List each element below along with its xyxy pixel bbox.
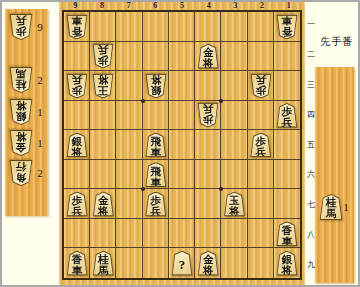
piece-face: 金将 [198,45,218,68]
rank-label-1: 一 [305,20,317,30]
piece-body: 銀将 [276,251,298,276]
piece-body: 香車 [276,221,298,246]
piece-kinsho-sente[interactable]: 金将 [197,251,219,276]
piece-kanji: 桂馬 [98,254,109,275]
file-label-3: 3 [222,2,249,10]
piece-kanji: 歩兵 [255,136,266,157]
piece-kanji: 桂馬 [326,197,337,219]
piece-gyokusho-sente[interactable]: 玉将 [223,192,245,217]
gote-hand-ginsho: 銀将1 [5,99,48,126]
piece-face: 桂馬 [93,252,113,275]
piece-kanji: 銀将 [150,74,161,95]
board-square-6-2[interactable] [143,42,169,72]
gote-hand-count-ginsho: 1 [34,99,46,126]
piece-kanji: 銀将 [72,136,83,157]
gote-hand-kinsho: 金将1 [5,130,48,157]
piece-kanji: 金将 [203,47,214,68]
piece-kinsho-sente[interactable]: 金将 [197,44,219,69]
piece-kanji: 香車 [281,224,292,245]
piece-kanji: 金将 [98,195,109,216]
piece-osho-gote[interactable]: 王将 [92,73,114,98]
file-label-2: 2 [249,2,276,10]
piece-kanji: 桂馬 [16,68,27,90]
board-square-3-9[interactable] [221,248,247,278]
board-square-4-3[interactable] [195,71,221,101]
board-square-9-2[interactable] [64,42,90,72]
sente-hand-count-keima: 1 [340,194,352,221]
piece-fuhyo-gote[interactable]: 歩兵 [250,73,272,98]
piece-kanji: 玉将 [229,195,240,216]
board-square-7-4[interactable] [116,101,142,131]
board-square-1-3[interactable] [274,71,300,101]
piece-face: 玉将 [224,193,244,216]
file-label-4: 4 [195,2,222,10]
piece-body: 歩兵 [276,103,298,128]
piece-face: 香車 [277,15,297,38]
board-square-8-1[interactable] [90,12,116,42]
piece-fuhyo-gote[interactable]: 歩兵 [92,44,114,69]
piece-kanji: 歩兵 [150,195,161,216]
piece-body: 桂馬 [92,251,114,276]
piece-body: 飛車 [145,133,167,158]
gote-hand-count-fuhyo: 9 [34,14,46,41]
piece-face: 香車 [277,222,297,245]
board-square-2-8[interactable] [248,219,274,249]
board-square-1-2[interactable] [274,42,300,72]
piece-face: 歩兵 [251,74,271,97]
piece-kanji: 歩兵 [72,195,83,216]
board-square-7-5[interactable] [116,130,142,160]
piece-body: 金将 [9,130,33,156]
piece-kanji: 王将 [98,74,109,95]
piece-kanji: 銀将 [281,254,292,275]
board-square-3-4[interactable] [221,101,247,131]
piece-face: 歩兵 [251,134,271,157]
board-square-9-4[interactable] [64,101,90,131]
shogi-board: 987654321 香車香車歩兵金将歩兵王将銀将歩兵歩兵歩兵銀将飛車歩兵飛車歩兵… [59,2,305,285]
piece-kanji: 歩兵 [255,74,266,95]
board-square-3-3[interactable] [221,71,247,101]
board-square-4-5[interactable] [195,130,221,160]
gote-hand-fuhyo: 歩兵9 [5,14,48,41]
piece-kanji: 飛車 [150,136,161,157]
piece-face: 銀将 [10,100,32,124]
piece-face: 歩兵 [146,193,166,216]
gote-captured-stand: 歩兵9桂馬2銀将1金将1角行2 [5,9,48,216]
piece-keima-sente[interactable]: 桂馬 [92,251,114,276]
piece-body: 銀将 [66,133,88,158]
piece-hisha-sente[interactable]: 飛車 [145,162,167,187]
piece-fuhyo-sente[interactable]: 歩兵 [250,133,272,158]
piece-face: 飛車 [146,134,166,157]
file-label-1: 1 [275,2,302,10]
piece-body: 金将 [197,251,219,276]
board-square-6-4[interactable] [143,101,169,131]
board-square-2-6[interactable] [248,160,274,190]
piece-kanji: 歩兵 [16,15,27,37]
piece-body: 歩兵 [9,14,33,40]
board-square-3-2[interactable] [221,42,247,72]
board-square-7-8[interactable] [116,219,142,249]
piece-body: 歩兵 [250,133,272,158]
piece-face: 香車 [67,252,87,275]
board-square-7-1[interactable] [116,12,142,42]
board-square-7-7[interactable] [116,189,142,219]
piece-kanji: 香車 [72,254,83,275]
piece-face: ? [172,252,192,275]
piece-body: 歩兵 [145,192,167,217]
piece-face: 歩兵 [10,15,32,39]
piece-fuhyo-sente[interactable]: 歩兵 [276,103,298,128]
board-square-5-2[interactable] [169,42,195,72]
piece-kanji: 歩兵 [203,104,214,125]
piece-kanji: 角行 [16,161,27,183]
piece-face: 銀将 [146,74,166,97]
board-square-1-5[interactable] [274,130,300,160]
piece-body: 金将 [197,44,219,69]
piece-body: 香車 [66,14,88,39]
piece-face: 歩兵 [67,193,87,216]
piece-kyosha-sente[interactable]: 香車 [276,221,298,246]
board-square-5-7[interactable] [169,189,195,219]
board-square-2-1[interactable] [248,12,274,42]
board-square-6-8[interactable] [143,219,169,249]
piece-ginsho-sente[interactable]: 銀将 [276,251,298,276]
gote-hand-kakugyo: 角行2 [5,160,48,187]
sente-hand-keima: 桂馬1 [315,194,354,221]
piece-fuhyo-sente[interactable]: 歩兵 [145,192,167,217]
piece-face: 金将 [10,131,32,155]
board-square-7-3[interactable] [116,71,142,101]
piece-face: 王将 [93,74,113,97]
piece-kanji: 歩兵 [98,45,109,66]
rank-label-2: 二 [305,50,317,60]
board-square-8-6[interactable] [90,160,116,190]
board-square-7-2[interactable] [116,42,142,72]
piece-kakugyo-gote[interactable]: 角行 [9,160,33,186]
piece-body: 角行 [9,160,33,186]
board-square-5-8[interactable] [169,219,195,249]
piece-kanji: ? [179,254,186,275]
board-square-7-6[interactable] [116,160,142,190]
board-square-2-2[interactable] [248,42,274,72]
file-label-9: 9 [62,2,89,10]
piece-kinsho-gote[interactable]: 金将 [9,130,33,156]
piece-fuhyo-gote[interactable]: 歩兵 [197,103,219,128]
board-square-4-8[interactable] [195,219,221,249]
piece-kyosha-sente[interactable]: 香車 [66,251,88,276]
board-grid: 香車香車歩兵金将歩兵王将銀将歩兵歩兵歩兵銀将飛車歩兵飛車歩兵金将歩兵玉将香車香車… [64,12,300,278]
piece-face: 歩兵 [277,104,297,127]
piece-fuhyo-sente[interactable]: 歩兵 [66,192,88,217]
piece-body: 銀将 [145,73,167,98]
board-square-3-1[interactable] [221,12,247,42]
piece-body: 歩兵 [66,73,88,98]
piece-body: 銀将 [9,99,33,125]
board-square-5-4[interactable] [169,101,195,131]
board-square-5-5[interactable] [169,130,195,160]
board-square-8-4[interactable] [90,101,116,131]
piece-keima-gote[interactable]: 桂馬 [9,67,33,93]
piece-kyosha-gote[interactable]: 香車 [66,14,88,39]
piece-face: 歩兵 [67,74,87,97]
piece-face: 歩兵 [198,104,218,127]
star-point [219,99,223,103]
board-square-1-6[interactable] [274,160,300,190]
piece-body: 金将 [92,192,114,217]
board-square-4-6[interactable] [195,160,221,190]
board-square-9-6[interactable] [64,160,90,190]
board-square-9-8[interactable] [64,219,90,249]
board-square-3-8[interactable] [221,219,247,249]
piece-kinsho-sente[interactable]: 金将 [92,192,114,217]
piece-ginsho-gote[interactable]: 銀将 [9,99,33,125]
piece-face: 銀将 [277,252,297,275]
piece-face: 桂馬 [10,68,32,92]
shogi-diagram: 歩兵9桂馬2銀将1金将1角行2 987654321 香車香車歩兵金将歩兵王将銀将… [0,0,360,287]
piece-body: 玉将 [223,192,245,217]
board-square-6-9[interactable] [143,248,169,278]
file-labels: 987654321 [62,2,302,10]
piece-face: 香車 [67,15,87,38]
board-square-5-3[interactable] [169,71,195,101]
piece-unknown-sente[interactable]: ? [171,251,193,276]
board-square-4-7[interactable] [195,189,221,219]
board-square-2-4[interactable] [248,101,274,131]
piece-kanji: 歩兵 [72,74,83,95]
piece-body: 飛車 [145,162,167,187]
board-frame: 香車香車歩兵金将歩兵王将銀将歩兵歩兵歩兵銀将飛車歩兵飛車歩兵金将歩兵玉将香車香車… [62,10,302,280]
piece-face: 角行 [10,161,32,185]
piece-kanji: 香車 [281,15,292,36]
gote-hand-count-keima: 2 [34,67,46,94]
piece-face: 桂馬 [320,195,342,219]
piece-face: 銀将 [67,134,87,157]
piece-face: 金将 [93,193,113,216]
board-square-5-1[interactable] [169,12,195,42]
gote-hand-count-kakugyo: 2 [34,160,46,187]
board-square-3-6[interactable] [221,160,247,190]
gote-hand-count-kinsho: 1 [34,130,46,157]
board-square-2-7[interactable] [248,189,274,219]
file-label-8: 8 [89,2,116,10]
board-square-1-7[interactable] [274,189,300,219]
piece-body: 歩兵 [250,73,272,98]
board-square-8-8[interactable] [90,219,116,249]
piece-fuhyo-gote[interactable]: 歩兵 [66,73,88,98]
piece-ginsho-sente[interactable]: 銀将 [66,133,88,158]
piece-kanji: 金将 [203,254,214,275]
piece-kanji: 歩兵 [281,106,292,127]
piece-fuhyo-gote[interactable]: 歩兵 [9,14,33,40]
turn-indicator: 先手番 [320,35,360,49]
board-square-4-1[interactable] [195,12,221,42]
board-square-5-6[interactable] [169,160,195,190]
piece-face: 金将 [198,252,218,275]
piece-body: 歩兵 [197,103,219,128]
piece-body: 香車 [276,14,298,39]
board-square-7-9[interactable] [116,248,142,278]
piece-body: 歩兵 [66,192,88,217]
piece-body: ? [171,251,193,276]
piece-body: 香車 [66,251,88,276]
piece-body: 王将 [92,73,114,98]
piece-face: 飛車 [146,163,166,186]
piece-kanji: 香車 [72,15,83,36]
piece-kanji: 飛車 [150,165,161,186]
piece-body: 桂馬 [9,67,33,93]
piece-ginsho-gote[interactable]: 銀将 [145,73,167,98]
sente-captured-stand: 桂馬1 [315,67,354,283]
board-square-8-5[interactable] [90,130,116,160]
file-label-5: 5 [169,2,196,10]
board-square-6-1[interactable] [143,12,169,42]
board-square-2-9[interactable] [248,248,274,278]
piece-body: 歩兵 [92,44,114,69]
gote-hand-keima: 桂馬2 [5,67,48,94]
piece-hisha-sente[interactable]: 飛車 [145,133,167,158]
piece-kyosha-gote[interactable]: 香車 [276,14,298,39]
board-square-3-5[interactable] [221,130,247,160]
piece-kanji: 銀将 [16,100,27,122]
star-point [141,99,145,103]
piece-face: 歩兵 [93,45,113,68]
piece-kanji: 金将 [16,131,27,153]
file-label-6: 6 [142,2,169,10]
file-label-7: 7 [115,2,142,10]
